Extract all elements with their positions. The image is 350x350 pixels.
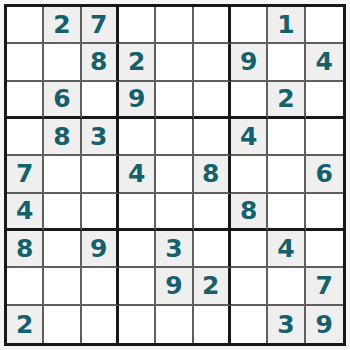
cell-r2c7: 9 (231, 44, 268, 81)
cell-r6c5[interactable] (156, 194, 193, 231)
cell-r2c2[interactable] (44, 44, 81, 81)
cell-r1c7[interactable] (231, 7, 268, 44)
cell-r9c4[interactable] (119, 306, 156, 343)
cell-r1c6[interactable] (194, 7, 231, 44)
cell-r3c6[interactable] (194, 82, 231, 119)
cell-r2c5[interactable] (156, 44, 193, 81)
cell-r2c8[interactable] (268, 44, 305, 81)
cell-r4c9[interactable] (306, 119, 343, 156)
cell-r2c6[interactable] (194, 44, 231, 81)
cell-r5c1: 7 (7, 156, 44, 193)
cell-r7c1: 8 (7, 231, 44, 268)
cell-r4c5[interactable] (156, 119, 193, 156)
cell-r5c5[interactable] (156, 156, 193, 193)
cell-r9c1: 2 (7, 306, 44, 343)
cell-r2c4: 2 (119, 44, 156, 81)
cell-r3c9[interactable] (306, 82, 343, 119)
cell-r3c3[interactable] (82, 82, 119, 119)
cell-r7c9[interactable] (306, 231, 343, 268)
page-background: 27182946928347486488934927239 (0, 0, 350, 350)
cell-r8c8[interactable] (268, 268, 305, 305)
cell-r8c7[interactable] (231, 268, 268, 305)
cell-r5c4: 4 (119, 156, 156, 193)
cell-r9c2[interactable] (44, 306, 81, 343)
cell-r6c2[interactable] (44, 194, 81, 231)
cell-r8c1[interactable] (7, 268, 44, 305)
cell-r7c6[interactable] (194, 231, 231, 268)
cell-r4c4[interactable] (119, 119, 156, 156)
cell-r4c1[interactable] (7, 119, 44, 156)
cell-r6c4[interactable] (119, 194, 156, 231)
cell-r8c9: 7 (306, 268, 343, 305)
cell-r8c6: 2 (194, 268, 231, 305)
cell-r9c5[interactable] (156, 306, 193, 343)
cell-r6c9[interactable] (306, 194, 343, 231)
cell-r9c8: 3 (268, 306, 305, 343)
cell-r2c1[interactable] (7, 44, 44, 81)
cell-r1c9[interactable] (306, 7, 343, 44)
cell-r5c9: 6 (306, 156, 343, 193)
cell-r6c3[interactable] (82, 194, 119, 231)
cell-r1c2: 2 (44, 7, 81, 44)
cell-r6c7: 8 (231, 194, 268, 231)
cell-r9c9: 9 (306, 306, 343, 343)
cell-r4c2: 8 (44, 119, 81, 156)
cell-r8c3[interactable] (82, 268, 119, 305)
cell-r6c6[interactable] (194, 194, 231, 231)
cell-r6c1: 4 (7, 194, 44, 231)
cell-r4c7: 4 (231, 119, 268, 156)
cell-r2c3: 8 (82, 44, 119, 81)
cell-r9c7[interactable] (231, 306, 268, 343)
cell-r3c7[interactable] (231, 82, 268, 119)
cell-r3c4: 9 (119, 82, 156, 119)
cell-r6c8[interactable] (268, 194, 305, 231)
cell-r2c9: 4 (306, 44, 343, 81)
cell-r7c2[interactable] (44, 231, 81, 268)
cell-r7c5: 3 (156, 231, 193, 268)
cell-r5c6: 8 (194, 156, 231, 193)
sudoku-board: 27182946928347486488934927239 (4, 4, 346, 346)
cell-r3c2: 6 (44, 82, 81, 119)
cell-r4c6[interactable] (194, 119, 231, 156)
cell-r3c5[interactable] (156, 82, 193, 119)
cell-r7c8: 4 (268, 231, 305, 268)
cell-r1c1[interactable] (7, 7, 44, 44)
cell-r4c3: 3 (82, 119, 119, 156)
cell-r5c7[interactable] (231, 156, 268, 193)
cell-r8c5: 9 (156, 268, 193, 305)
cell-r5c8[interactable] (268, 156, 305, 193)
cell-r3c8: 2 (268, 82, 305, 119)
cell-r9c6[interactable] (194, 306, 231, 343)
cell-r7c7[interactable] (231, 231, 268, 268)
cell-r1c5[interactable] (156, 7, 193, 44)
cell-r7c3: 9 (82, 231, 119, 268)
cell-r4c8[interactable] (268, 119, 305, 156)
cell-r1c8: 1 (268, 7, 305, 44)
cell-r5c2[interactable] (44, 156, 81, 193)
cell-r1c4[interactable] (119, 7, 156, 44)
cell-r3c1[interactable] (7, 82, 44, 119)
cell-r5c3[interactable] (82, 156, 119, 193)
cell-r9c3[interactable] (82, 306, 119, 343)
cell-r1c3: 7 (82, 7, 119, 44)
cell-r7c4[interactable] (119, 231, 156, 268)
cell-r8c4[interactable] (119, 268, 156, 305)
cell-r8c2[interactable] (44, 268, 81, 305)
